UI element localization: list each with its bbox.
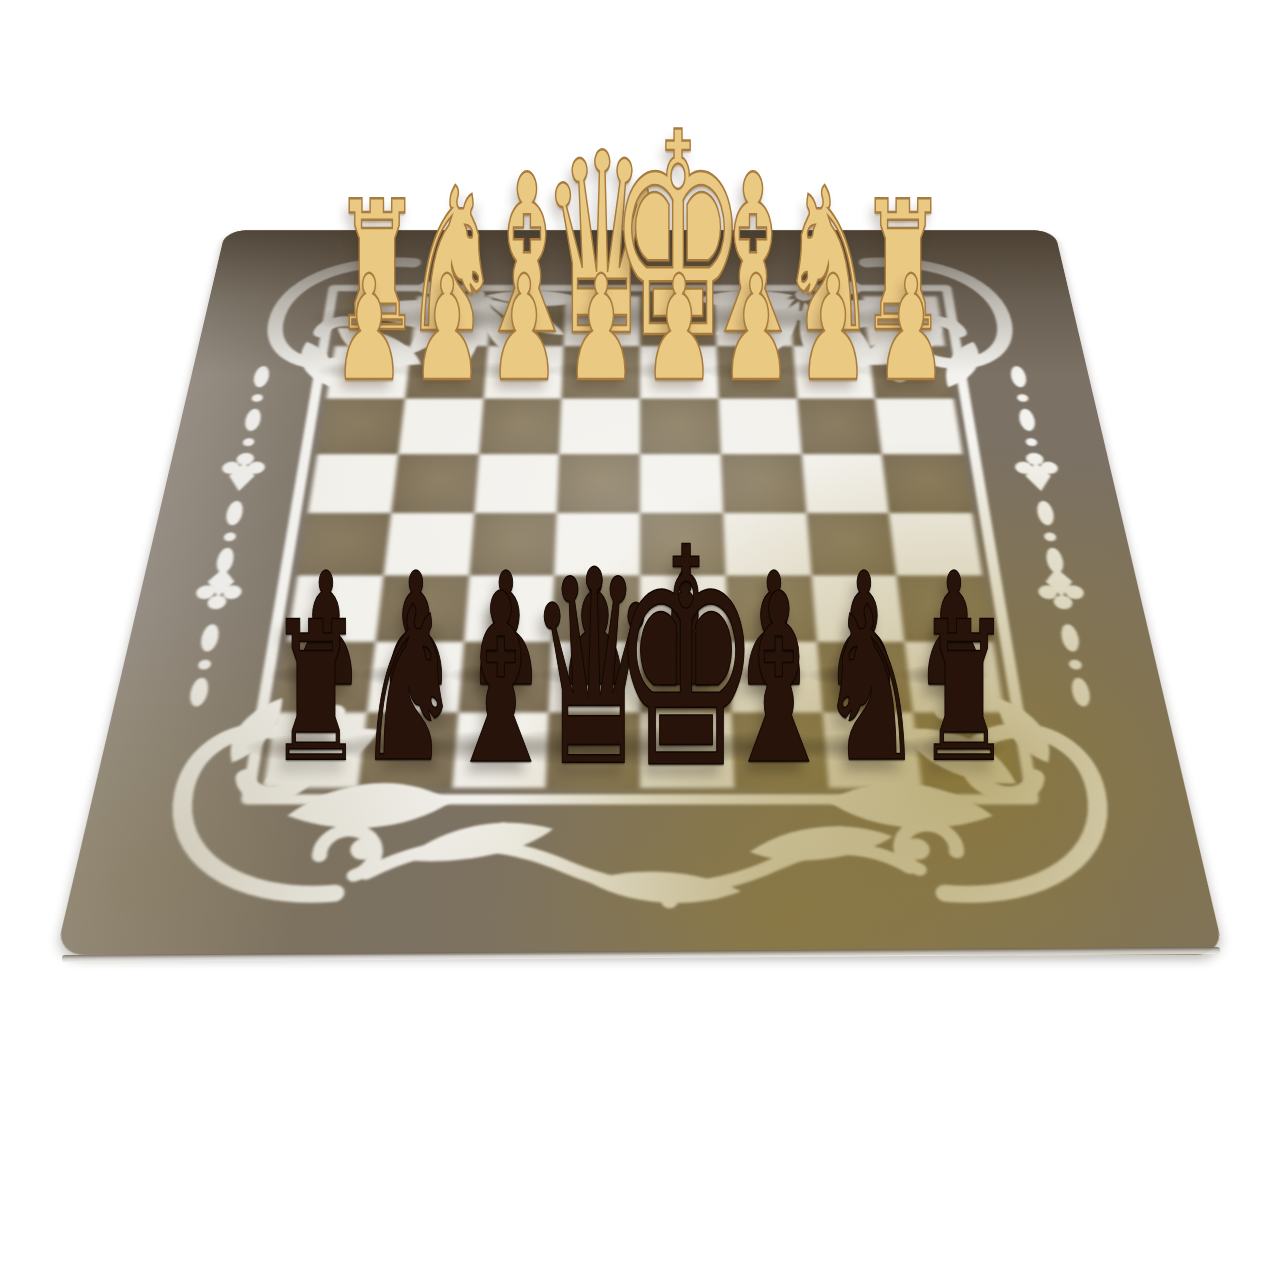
border-ornaments <box>56 230 1225 955</box>
corner-scroll-ornament-bottom-right <box>820 698 1116 894</box>
bead-chain-ornament-right <box>996 366 1107 706</box>
chess-set-photo: ♜♞♝♛♚♝♞♜♟♟♟♟♟♟♟♟♟♟♟♟♟♟♟♟♜♞♝♛♚♝♞♜ <box>0 0 1280 1280</box>
chessboard <box>56 230 1225 955</box>
palmette-fan-ornament-top-left <box>369 261 614 392</box>
leaf-vine-ornament-bottom <box>312 822 964 908</box>
palmette-fan-ornament-top-right <box>666 261 911 392</box>
corner-scroll-ornament-bottom-left <box>164 698 460 894</box>
bead-chain-ornament-left <box>172 366 283 706</box>
